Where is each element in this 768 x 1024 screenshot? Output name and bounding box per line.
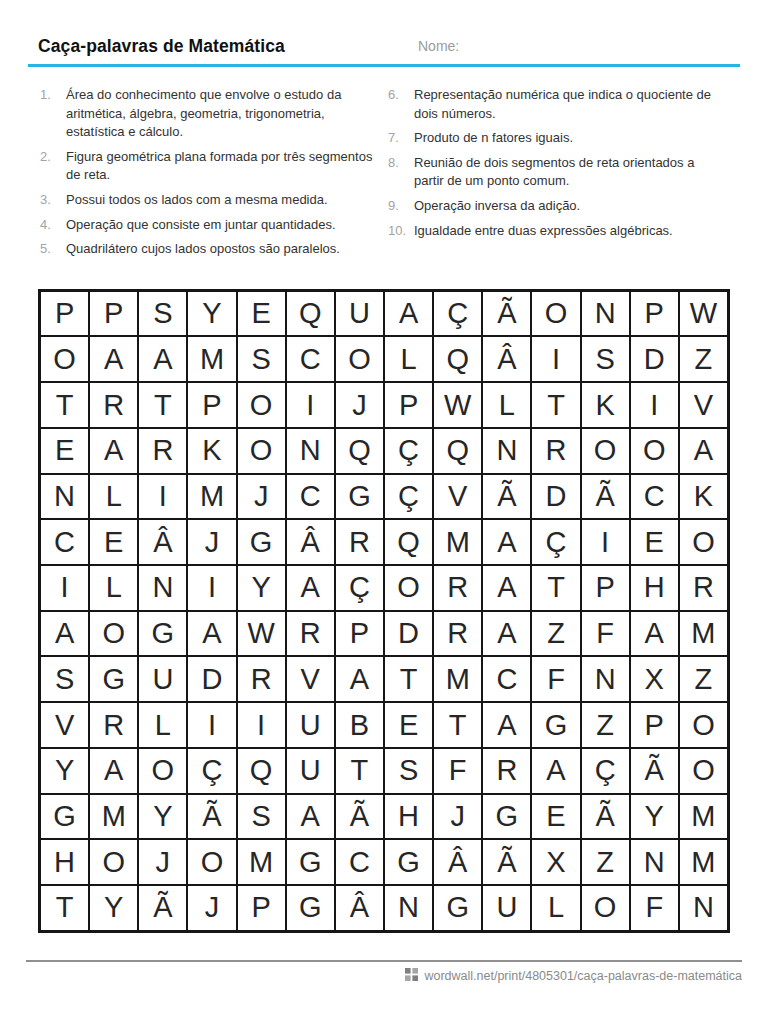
grid-cell-r5-c12: Ã bbox=[582, 475, 629, 519]
grid-cell-r13-c6: G bbox=[287, 840, 334, 884]
grid-cell-r4-c5: O bbox=[238, 429, 285, 473]
grid-cell-r8-c3: G bbox=[139, 612, 186, 656]
grid-cell-r8-c7: P bbox=[336, 612, 383, 656]
grid-cell-r7-c7: Ç bbox=[336, 566, 383, 610]
grid-cell-r4-c14: A bbox=[680, 429, 727, 473]
grid-cell-r14-c10: U bbox=[483, 886, 530, 930]
grid-cell-r14-c13: F bbox=[631, 886, 678, 930]
grid-cell-r11-c4: Ç bbox=[188, 749, 235, 793]
grid-cell-r14-c4: J bbox=[188, 886, 235, 930]
grid-cell-r10-c5: I bbox=[238, 703, 285, 747]
grid-cell-r2-c8: L bbox=[385, 337, 432, 381]
grid-cell-r6-c4: J bbox=[188, 520, 235, 564]
grid-cell-r5-c14: K bbox=[680, 475, 727, 519]
grid-cell-r5-c13: C bbox=[631, 475, 678, 519]
clues-section: 1.Área do conhecimento que envolve o est… bbox=[40, 86, 728, 265]
grid-cell-r12-c3: Y bbox=[139, 795, 186, 839]
grid-cell-r1-c1: P bbox=[41, 292, 88, 336]
grid-cell-r9-c4: D bbox=[188, 657, 235, 701]
grid-cell-r8-c10: A bbox=[483, 612, 530, 656]
grid-cell-r9-c13: X bbox=[631, 657, 678, 701]
clue-item-9: 9.Operação inversa da adição. bbox=[388, 197, 728, 216]
grid-cell-r9-c6: V bbox=[287, 657, 334, 701]
clue-item-10: 10.Igualdade entre duas expressões algéb… bbox=[388, 222, 728, 241]
grid-cell-r10-c7: B bbox=[336, 703, 383, 747]
grid-cell-r3-c12: K bbox=[582, 383, 629, 427]
grid-cell-r13-c5: M bbox=[238, 840, 285, 884]
grid-cell-r3-c7: J bbox=[336, 383, 383, 427]
grid-cell-r6-c11: Ç bbox=[532, 520, 579, 564]
clue-text: Operação inversa da adição. bbox=[414, 197, 584, 216]
grid-cell-r10-c8: E bbox=[385, 703, 432, 747]
grid-cell-r3-c4: P bbox=[188, 383, 235, 427]
grid-cell-r4-c13: O bbox=[631, 429, 678, 473]
grid-cell-r9-c11: F bbox=[532, 657, 579, 701]
grid-cell-r8-c8: D bbox=[385, 612, 432, 656]
grid-cell-r1-c13: P bbox=[631, 292, 678, 336]
grid-cell-r3-c14: V bbox=[680, 383, 727, 427]
grid-cell-r8-c13: A bbox=[631, 612, 678, 656]
clue-number: 5. bbox=[40, 240, 66, 259]
grid-cell-r11-c6: U bbox=[287, 749, 334, 793]
grid-cell-r3-c11: T bbox=[532, 383, 579, 427]
grid-cell-r6-c7: R bbox=[336, 520, 383, 564]
grid-cell-r6-c3: Â bbox=[139, 520, 186, 564]
grid-cell-r10-c1: V bbox=[41, 703, 88, 747]
clue-item-3: 3.Possui todos os lados com a mesma medi… bbox=[40, 191, 388, 210]
grid-cell-r6-c5: G bbox=[238, 520, 285, 564]
grid-cell-r5-c5: J bbox=[238, 475, 285, 519]
grid-cell-r12-c11: E bbox=[532, 795, 579, 839]
grid-cell-r10-c9: T bbox=[434, 703, 481, 747]
grid-cell-r13-c12: Z bbox=[582, 840, 629, 884]
grid-cell-r9-c8: T bbox=[385, 657, 432, 701]
grid-cell-r3-c5: O bbox=[238, 383, 285, 427]
grid-cell-r3-c1: T bbox=[41, 383, 88, 427]
grid-cell-r13-c2: O bbox=[90, 840, 137, 884]
grid-cell-r5-c8: Ç bbox=[385, 475, 432, 519]
grid-cell-r7-c9: R bbox=[434, 566, 481, 610]
clue-item-7: 7.Produto de n fatores iguais. bbox=[388, 129, 728, 148]
grid-cell-r8-c1: A bbox=[41, 612, 88, 656]
grid-cell-r4-c1: E bbox=[41, 429, 88, 473]
clues-col-left: 1.Área do conhecimento que envolve o est… bbox=[40, 86, 388, 265]
grid-cell-r8-c14: M bbox=[680, 612, 727, 656]
grid-cell-r7-c13: H bbox=[631, 566, 678, 610]
grid-cell-r3-c6: I bbox=[287, 383, 334, 427]
grid-cell-r2-c13: D bbox=[631, 337, 678, 381]
grid-cell-r6-c13: E bbox=[631, 520, 678, 564]
grid-cell-r14-c6: G bbox=[287, 886, 334, 930]
clue-text: Produto de n fatores iguais. bbox=[414, 129, 577, 148]
grid-cell-r13-c7: C bbox=[336, 840, 383, 884]
clue-text: Quadrilátero cujos lados opostos são par… bbox=[66, 240, 344, 259]
grid-cell-r14-c12: O bbox=[582, 886, 629, 930]
grid-cell-r11-c10: R bbox=[483, 749, 530, 793]
footer-url: wordwall.net/print/4805301/caça-palavras… bbox=[424, 969, 742, 983]
grid-cell-r1-c5: E bbox=[238, 292, 285, 336]
grid-cell-r9-c9: M bbox=[434, 657, 481, 701]
grid-cell-r8-c6: R bbox=[287, 612, 334, 656]
grid-cell-r1-c6: Q bbox=[287, 292, 334, 336]
grid-cell-r11-c3: O bbox=[139, 749, 186, 793]
grid-cell-r5-c6: C bbox=[287, 475, 334, 519]
grid-cell-r2-c9: Q bbox=[434, 337, 481, 381]
grid-cell-r5-c10: Ã bbox=[483, 475, 530, 519]
grid-cell-r11-c11: A bbox=[532, 749, 579, 793]
grid-cell-r9-c1: S bbox=[41, 657, 88, 701]
grid-cell-r4-c2: A bbox=[90, 429, 137, 473]
grid-cell-r11-c2: A bbox=[90, 749, 137, 793]
grid-cell-r6-c6: Â bbox=[287, 520, 334, 564]
grid-cell-r13-c3: J bbox=[139, 840, 186, 884]
clue-number: 8. bbox=[388, 154, 414, 191]
clue-text: Operação que consiste em juntar quantida… bbox=[66, 216, 340, 235]
grid-cell-r10-c2: R bbox=[90, 703, 137, 747]
grid-cell-r13-c4: O bbox=[188, 840, 235, 884]
grid-cell-r11-c1: Y bbox=[41, 749, 88, 793]
grid-cell-r14-c8: N bbox=[385, 886, 432, 930]
grid-cell-r4-c3: R bbox=[139, 429, 186, 473]
clue-text: Área do conhecimento que envolve o estud… bbox=[66, 86, 388, 142]
grid-cell-r2-c12: S bbox=[582, 337, 629, 381]
grid-cell-r4-c7: Q bbox=[336, 429, 383, 473]
clue-text: Possui todos os lados com a mesma medida… bbox=[66, 191, 332, 210]
grid-cell-r12-c12: Ã bbox=[582, 795, 629, 839]
grid-cell-r9-c3: U bbox=[139, 657, 186, 701]
clue-number: 4. bbox=[40, 216, 66, 235]
clue-number: 10. bbox=[388, 222, 414, 241]
grid-cell-r13-c13: N bbox=[631, 840, 678, 884]
grid-cell-r2-c11: I bbox=[532, 337, 579, 381]
grid-cell-r13-c11: X bbox=[532, 840, 579, 884]
clue-number: 7. bbox=[388, 129, 414, 148]
grid-cell-r12-c5: S bbox=[238, 795, 285, 839]
grid-cell-r10-c14: O bbox=[680, 703, 727, 747]
grid-cell-r1-c10: Ã bbox=[483, 292, 530, 336]
grid-cell-r3-c13: I bbox=[631, 383, 678, 427]
grid-cell-r1-c11: O bbox=[532, 292, 579, 336]
grid-cell-r1-c3: S bbox=[139, 292, 186, 336]
grid-cell-r2-c10: Â bbox=[483, 337, 530, 381]
header: Caça-palavras de Matemática Nome: bbox=[28, 0, 740, 67]
grid-cell-r8-c11: Z bbox=[532, 612, 579, 656]
clue-item-8: 8.Reunião de dois segmentos de reta orie… bbox=[388, 154, 728, 191]
grid-cell-r9-c2: G bbox=[90, 657, 137, 701]
grid-cell-r10-c4: I bbox=[188, 703, 235, 747]
grid-cell-r12-c8: H bbox=[385, 795, 432, 839]
grid-cell-r2-c5: S bbox=[238, 337, 285, 381]
grid-cell-r9-c12: N bbox=[582, 657, 629, 701]
clue-item-6: 6.Representação numérica que indica o qu… bbox=[388, 86, 728, 123]
clue-text: Igualdade entre duas expressões algébric… bbox=[414, 222, 677, 241]
grid-cell-r4-c10: N bbox=[483, 429, 530, 473]
grid-cell-r3-c10: L bbox=[483, 383, 530, 427]
grid-cell-r10-c10: A bbox=[483, 703, 530, 747]
grid-cell-r14-c7: Â bbox=[336, 886, 383, 930]
grid-cell-r7-c2: L bbox=[90, 566, 137, 610]
grid-cell-r11-c8: S bbox=[385, 749, 432, 793]
grid-cell-r11-c9: F bbox=[434, 749, 481, 793]
clue-item-2: 2.Figura geométrica plana formada por tr… bbox=[40, 148, 388, 185]
page-title: Caça-palavras de Matemática bbox=[38, 36, 740, 57]
grid-cell-r7-c10: A bbox=[483, 566, 530, 610]
grid-cell-r8-c9: R bbox=[434, 612, 481, 656]
clue-text: Representação numérica que indica o quoc… bbox=[414, 86, 728, 123]
grid-cell-r12-c4: Ã bbox=[188, 795, 235, 839]
grid-cell-r6-c10: A bbox=[483, 520, 530, 564]
grid-cell-r2-c6: C bbox=[287, 337, 334, 381]
clue-number: 1. bbox=[40, 86, 66, 142]
grid-cell-r1-c4: Y bbox=[188, 292, 235, 336]
grid-cell-r8-c4: A bbox=[188, 612, 235, 656]
grid-cell-r2-c4: M bbox=[188, 337, 235, 381]
clue-number: 9. bbox=[388, 197, 414, 216]
grid-cell-r14-c14: N bbox=[680, 886, 727, 930]
grid-cell-r13-c9: Â bbox=[434, 840, 481, 884]
grid-cell-r1-c7: U bbox=[336, 292, 383, 336]
grid-cell-r6-c8: Q bbox=[385, 520, 432, 564]
grid-cell-r2-c14: Z bbox=[680, 337, 727, 381]
grid-cell-r12-c13: Y bbox=[631, 795, 678, 839]
grid-cell-r2-c2: A bbox=[90, 337, 137, 381]
grid-cell-r4-c8: Ç bbox=[385, 429, 432, 473]
grid-cell-r11-c12: Ç bbox=[582, 749, 629, 793]
grid-cell-r7-c1: I bbox=[41, 566, 88, 610]
clue-item-1: 1.Área do conhecimento que envolve o est… bbox=[40, 86, 388, 142]
grid-cell-r1-c8: A bbox=[385, 292, 432, 336]
grid-cell-r3-c8: P bbox=[385, 383, 432, 427]
grid-cell-r5-c11: D bbox=[532, 475, 579, 519]
grid-cell-r5-c9: V bbox=[434, 475, 481, 519]
clue-text: Reunião de dois segmentos de reta orient… bbox=[414, 154, 728, 191]
grid-cell-r14-c11: L bbox=[532, 886, 579, 930]
grid-cell-r5-c4: M bbox=[188, 475, 235, 519]
grid-cell-r9-c10: C bbox=[483, 657, 530, 701]
grid-cell-r5-c1: N bbox=[41, 475, 88, 519]
grid-cell-r7-c6: A bbox=[287, 566, 334, 610]
grid-cell-r13-c1: H bbox=[41, 840, 88, 884]
grid-cell-r1-c12: N bbox=[582, 292, 629, 336]
grid-cell-r14-c5: P bbox=[238, 886, 285, 930]
grid-cell-r12-c9: J bbox=[434, 795, 481, 839]
grid-cell-r6-c1: C bbox=[41, 520, 88, 564]
grid-cell-r4-c12: O bbox=[582, 429, 629, 473]
grid-cell-r11-c7: T bbox=[336, 749, 383, 793]
grid-cell-r3-c3: T bbox=[139, 383, 186, 427]
grid-cell-r12-c7: Ã bbox=[336, 795, 383, 839]
grid-cell-r4-c9: Q bbox=[434, 429, 481, 473]
grid-cell-r3-c2: R bbox=[90, 383, 137, 427]
grid-cell-r9-c14: Z bbox=[680, 657, 727, 701]
name-label: Nome: bbox=[418, 38, 459, 54]
grid-cell-r1-c9: Ç bbox=[434, 292, 481, 336]
grid-cell-r12-c14: M bbox=[680, 795, 727, 839]
grid-cell-r6-c9: M bbox=[434, 520, 481, 564]
grid-cell-r5-c3: I bbox=[139, 475, 186, 519]
grid-cell-r10-c13: P bbox=[631, 703, 678, 747]
clue-item-4: 4.Operação que consiste em juntar quanti… bbox=[40, 216, 388, 235]
word-search-grid: PPSYEQUAÇÃONPWOAAMSCOLQÂISDZTRTPOIJPWLTK… bbox=[38, 289, 730, 933]
grid-cell-r13-c14: M bbox=[680, 840, 727, 884]
grid-cell-r10-c11: G bbox=[532, 703, 579, 747]
grid-cell-r10-c12: Z bbox=[582, 703, 629, 747]
grid-cell-r13-c10: Ã bbox=[483, 840, 530, 884]
grid-cell-r12-c1: G bbox=[41, 795, 88, 839]
grid-cell-r10-c6: U bbox=[287, 703, 334, 747]
grid-cell-r11-c5: Q bbox=[238, 749, 285, 793]
grid-cell-r4-c6: N bbox=[287, 429, 334, 473]
grid-cell-r12-c2: M bbox=[90, 795, 137, 839]
grid-cell-r11-c14: O bbox=[680, 749, 727, 793]
grid-cell-r14-c1: T bbox=[41, 886, 88, 930]
grid-cell-r2-c7: O bbox=[336, 337, 383, 381]
grid-cell-r4-c11: R bbox=[532, 429, 579, 473]
clue-number: 2. bbox=[40, 148, 66, 185]
grid-cell-r14-c9: G bbox=[434, 886, 481, 930]
clue-text: Figura geométrica plana formada por três… bbox=[66, 148, 388, 185]
footer: wordwall.net/print/4805301/caça-palavras… bbox=[26, 968, 742, 984]
clue-number: 6. bbox=[388, 86, 414, 123]
grid-cell-r6-c2: E bbox=[90, 520, 137, 564]
grid-cell-r6-c12: I bbox=[582, 520, 629, 564]
grid-cell-r4-c4: K bbox=[188, 429, 235, 473]
grid-cell-r9-c7: A bbox=[336, 657, 383, 701]
grid-cell-r9-c5: R bbox=[238, 657, 285, 701]
wordwall-grid-icon bbox=[405, 968, 418, 984]
grid-cell-r6-c14: O bbox=[680, 520, 727, 564]
grid-cell-r7-c11: T bbox=[532, 566, 579, 610]
grid-cell-r10-c3: L bbox=[139, 703, 186, 747]
grid-cell-r8-c2: O bbox=[90, 612, 137, 656]
grid-cell-r14-c2: Y bbox=[90, 886, 137, 930]
clue-number: 3. bbox=[40, 191, 66, 210]
footer-divider bbox=[26, 960, 742, 962]
clue-item-5: 5.Quadrilátero cujos lados opostos são p… bbox=[40, 240, 388, 259]
grid-cell-r13-c8: G bbox=[385, 840, 432, 884]
grid-cell-r5-c7: G bbox=[336, 475, 383, 519]
grid-cell-r7-c14: R bbox=[680, 566, 727, 610]
grid-cell-r1-c14: W bbox=[680, 292, 727, 336]
grid-cell-r2-c3: A bbox=[139, 337, 186, 381]
grid-cell-r12-c6: A bbox=[287, 795, 334, 839]
grid-cell-r7-c5: Y bbox=[238, 566, 285, 610]
grid-cell-r14-c3: Ã bbox=[139, 886, 186, 930]
grid-cell-r8-c12: F bbox=[582, 612, 629, 656]
clues-col-right: 6.Representação numérica que indica o qu… bbox=[388, 86, 728, 265]
grid-cell-r2-c1: O bbox=[41, 337, 88, 381]
grid-cell-r11-c13: Ã bbox=[631, 749, 678, 793]
grid-cell-r7-c12: P bbox=[582, 566, 629, 610]
grid-cell-r3-c9: W bbox=[434, 383, 481, 427]
grid-cell-r7-c8: O bbox=[385, 566, 432, 610]
grid-cell-r8-c5: W bbox=[238, 612, 285, 656]
grid-cell-r7-c3: N bbox=[139, 566, 186, 610]
grid-cell-r1-c2: P bbox=[90, 292, 137, 336]
grid-cell-r7-c4: I bbox=[188, 566, 235, 610]
grid-cell-r12-c10: G bbox=[483, 795, 530, 839]
grid-cell-r5-c2: L bbox=[90, 475, 137, 519]
